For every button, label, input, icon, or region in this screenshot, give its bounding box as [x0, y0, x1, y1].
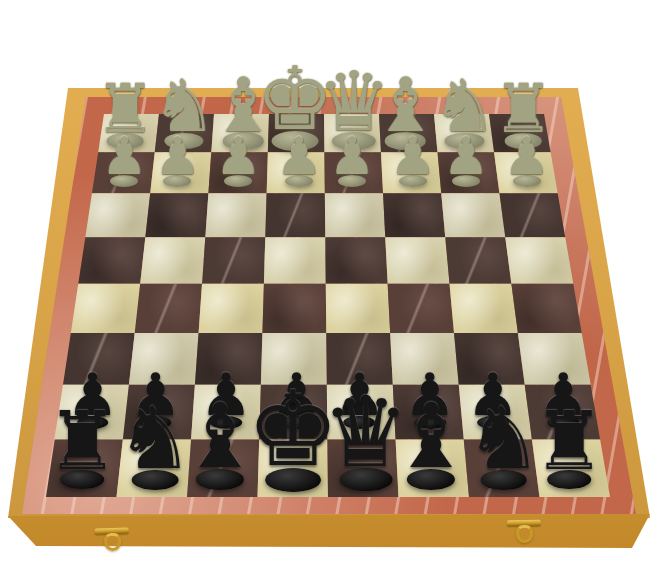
- square-c5: [387, 283, 454, 333]
- piece-glyph: ♟: [154, 131, 200, 183]
- square-e3: [265, 193, 326, 238]
- piece-glyph: ♜: [46, 401, 119, 482]
- square-e5: [262, 283, 327, 333]
- brass-latch-left: [92, 527, 133, 550]
- piece-glyph: ♟: [101, 131, 147, 183]
- square-b5: [449, 283, 518, 333]
- square-d5: [325, 283, 390, 333]
- piece-glyph: ♟: [443, 131, 489, 183]
- square-f4: [202, 237, 266, 285]
- square-a3: [499, 193, 566, 238]
- square-h4: [78, 237, 146, 285]
- piece-glyph: ♟: [389, 131, 435, 183]
- square-b4: [445, 237, 512, 285]
- latch-hook-icon: [515, 525, 532, 543]
- square-h5: [70, 283, 140, 333]
- piece-glyph: ♝: [391, 392, 471, 481]
- square-h3: [85, 193, 151, 238]
- square-d3: [324, 193, 385, 238]
- latch-hook-icon: [103, 533, 121, 552]
- square-e4: [263, 237, 326, 285]
- chess-board: ♜♞♝♚♛♝♞♜♟♟♟♟♟♟♟♟♟♟♟♟♟♟♟♟♜♞♝♚♛♝♞♜: [0, 0, 650, 567]
- piece-glyph: ♟: [329, 131, 375, 183]
- piece-glyph: ♟: [276, 131, 322, 183]
- piece-glyph: ♜: [533, 401, 606, 482]
- square-c4: [385, 237, 450, 285]
- square-f3: [205, 193, 267, 238]
- square-c3: [383, 193, 446, 238]
- chess-set-photo: ♜♞♝♚♛♝♞♜♟♟♟♟♟♟♟♟♟♟♟♟♟♟♟♟♜♞♝♚♛♝♞♜: [0, 0, 650, 567]
- brass-latch-right: [504, 520, 544, 543]
- piece-glyph: ♟: [215, 131, 261, 183]
- square-a4: [505, 237, 574, 285]
- square-g4: [140, 237, 206, 285]
- square-b3: [441, 193, 506, 238]
- square-g5: [134, 283, 202, 333]
- piece-glyph: ♟: [503, 131, 549, 183]
- square-a5: [511, 283, 582, 333]
- square-f5: [198, 283, 264, 333]
- piece-glyph: ♞: [465, 395, 543, 482]
- square-d4: [325, 237, 388, 285]
- square-g3: [145, 193, 209, 238]
